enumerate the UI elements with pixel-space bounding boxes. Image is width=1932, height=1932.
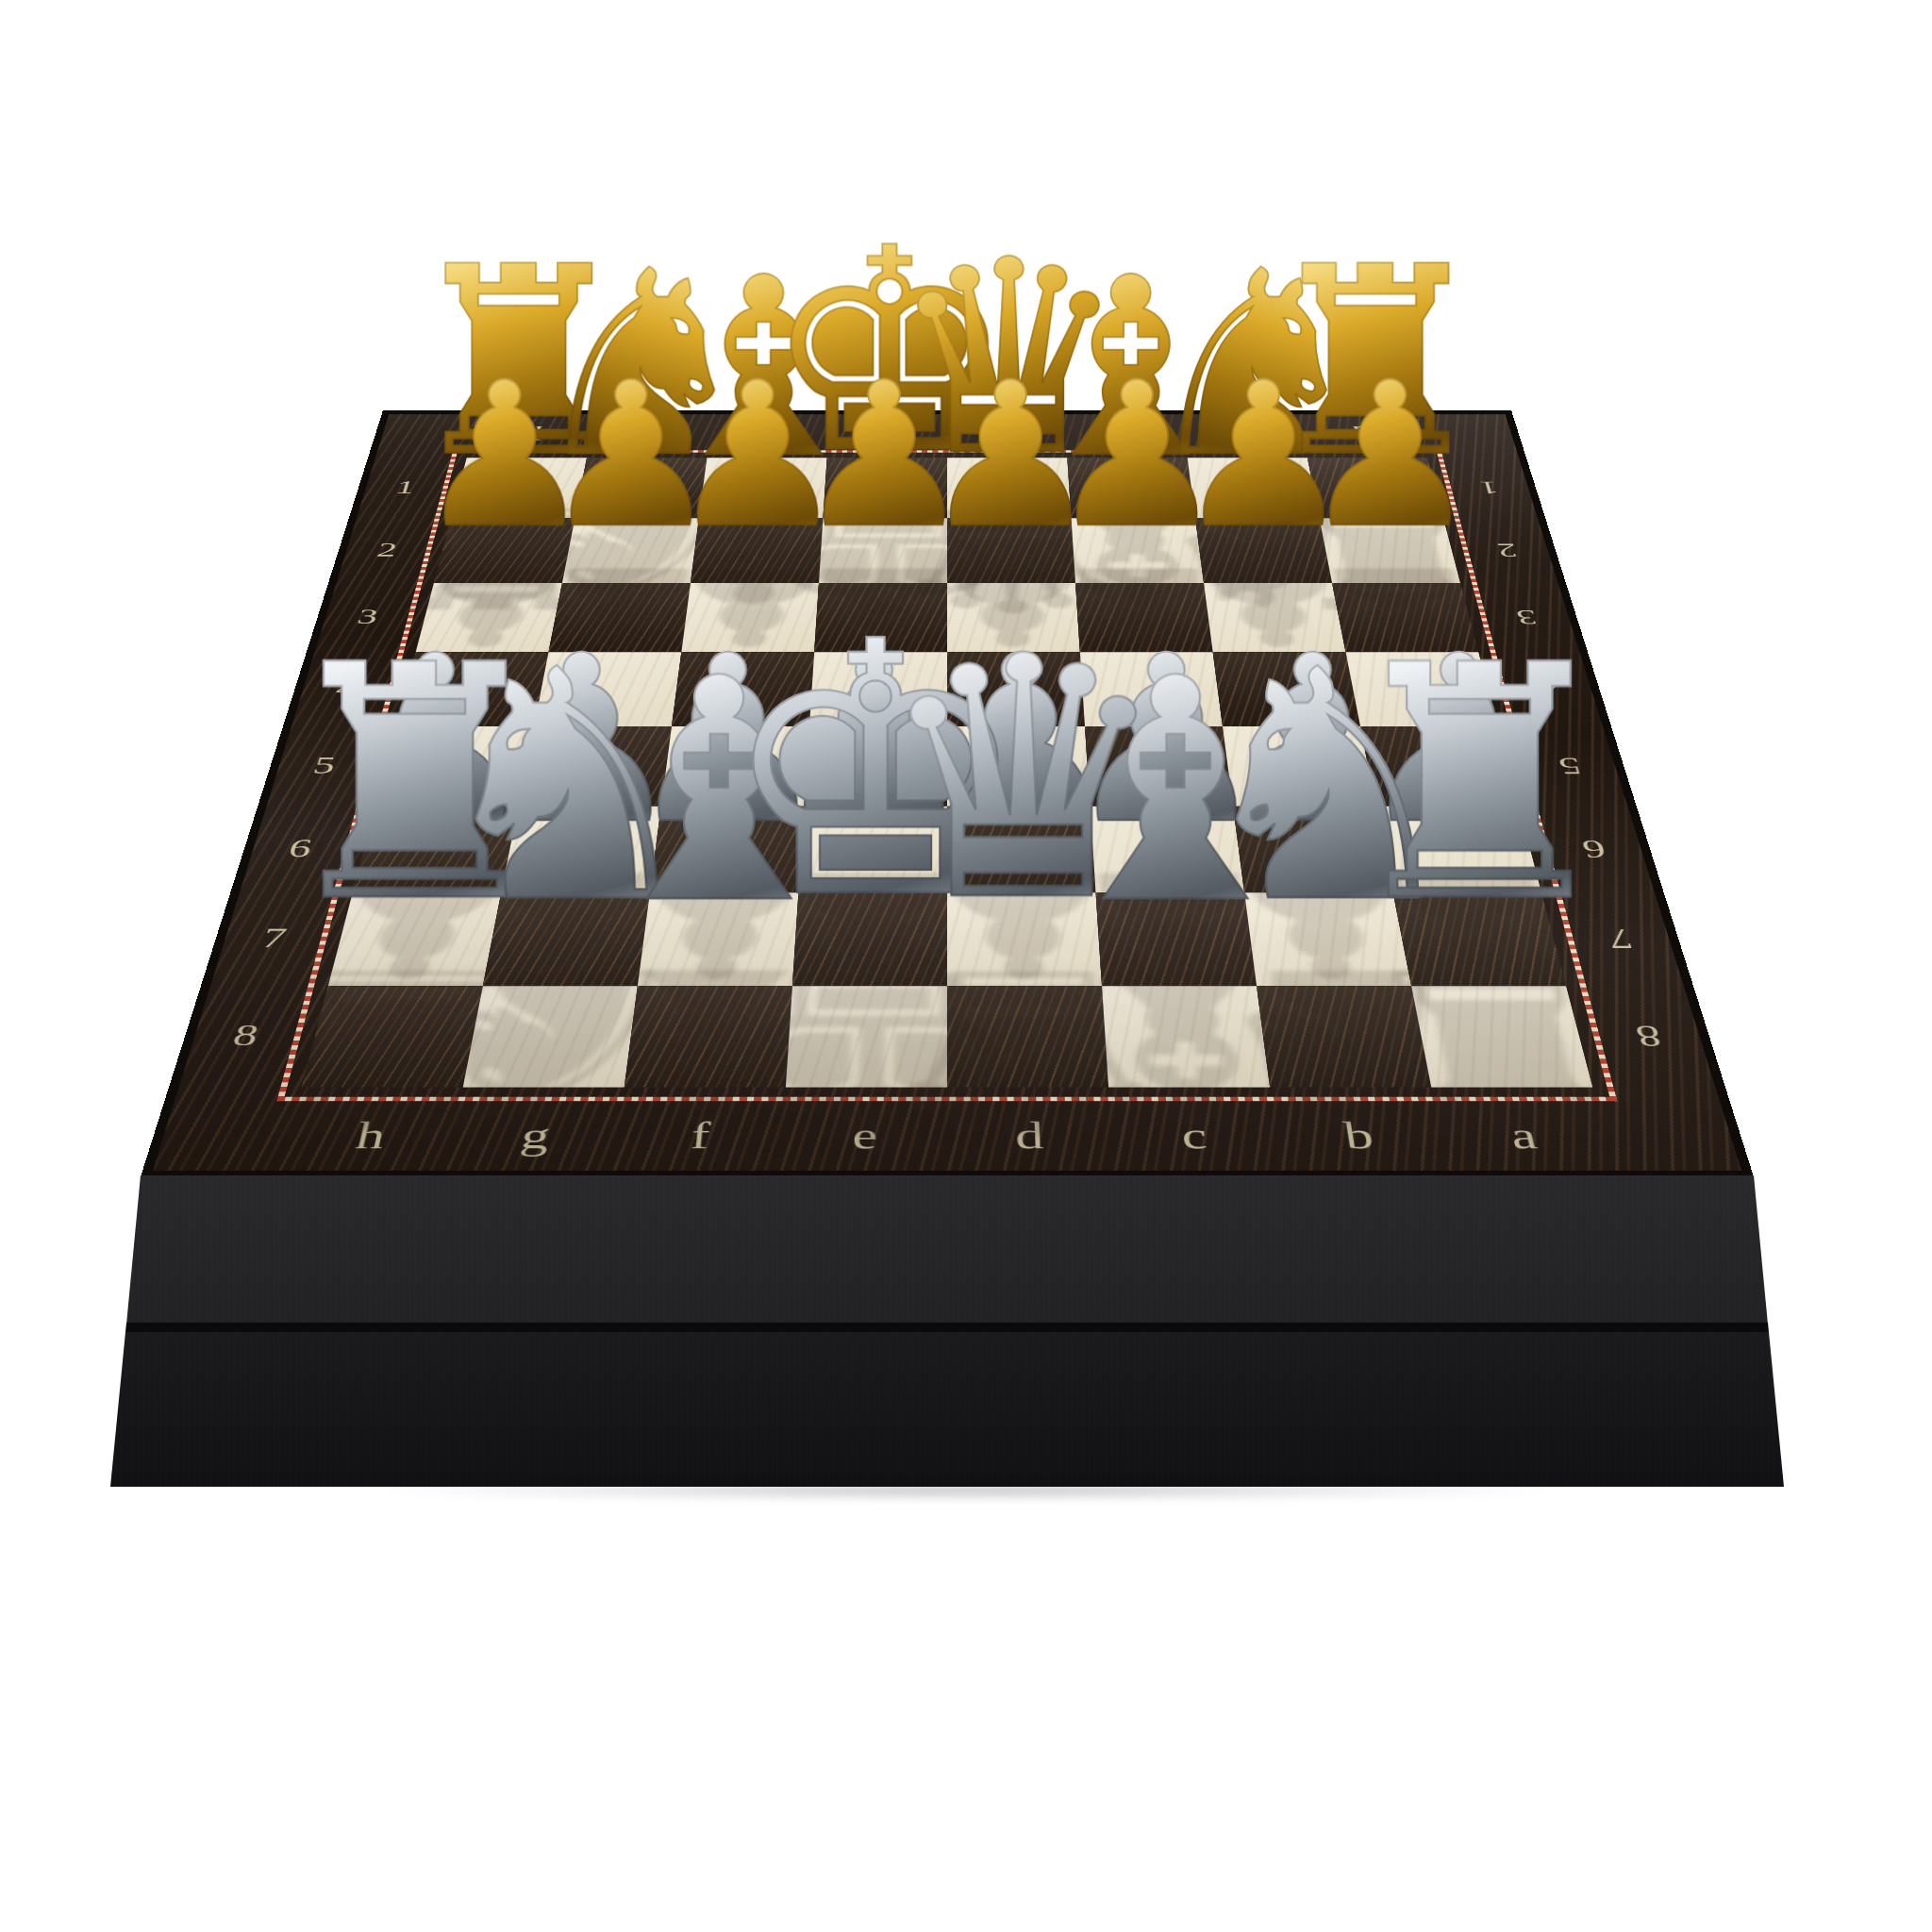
- reflection-silver-rook-a7: ♜: [1326, 940, 1694, 1157]
- chess-board: 1122334455667788hhggffeeddccbbaa♜♞♝♚♛♝♞♜…: [141, 410, 1755, 1177]
- floor-shadow: [132, 1477, 1800, 1504]
- piece-silver-rook-a7[interactable]: ♜: [1327, 623, 1632, 945]
- product-photo-stage: 1122334455667788hhggffeeddccbbaa♜♞♝♚♛♝♞♜…: [0, 0, 1932, 1932]
- chess-box: [94, 1175, 1838, 1487]
- piece-gold-pawn-a2[interactable]: ♟: [1263, 356, 1516, 555]
